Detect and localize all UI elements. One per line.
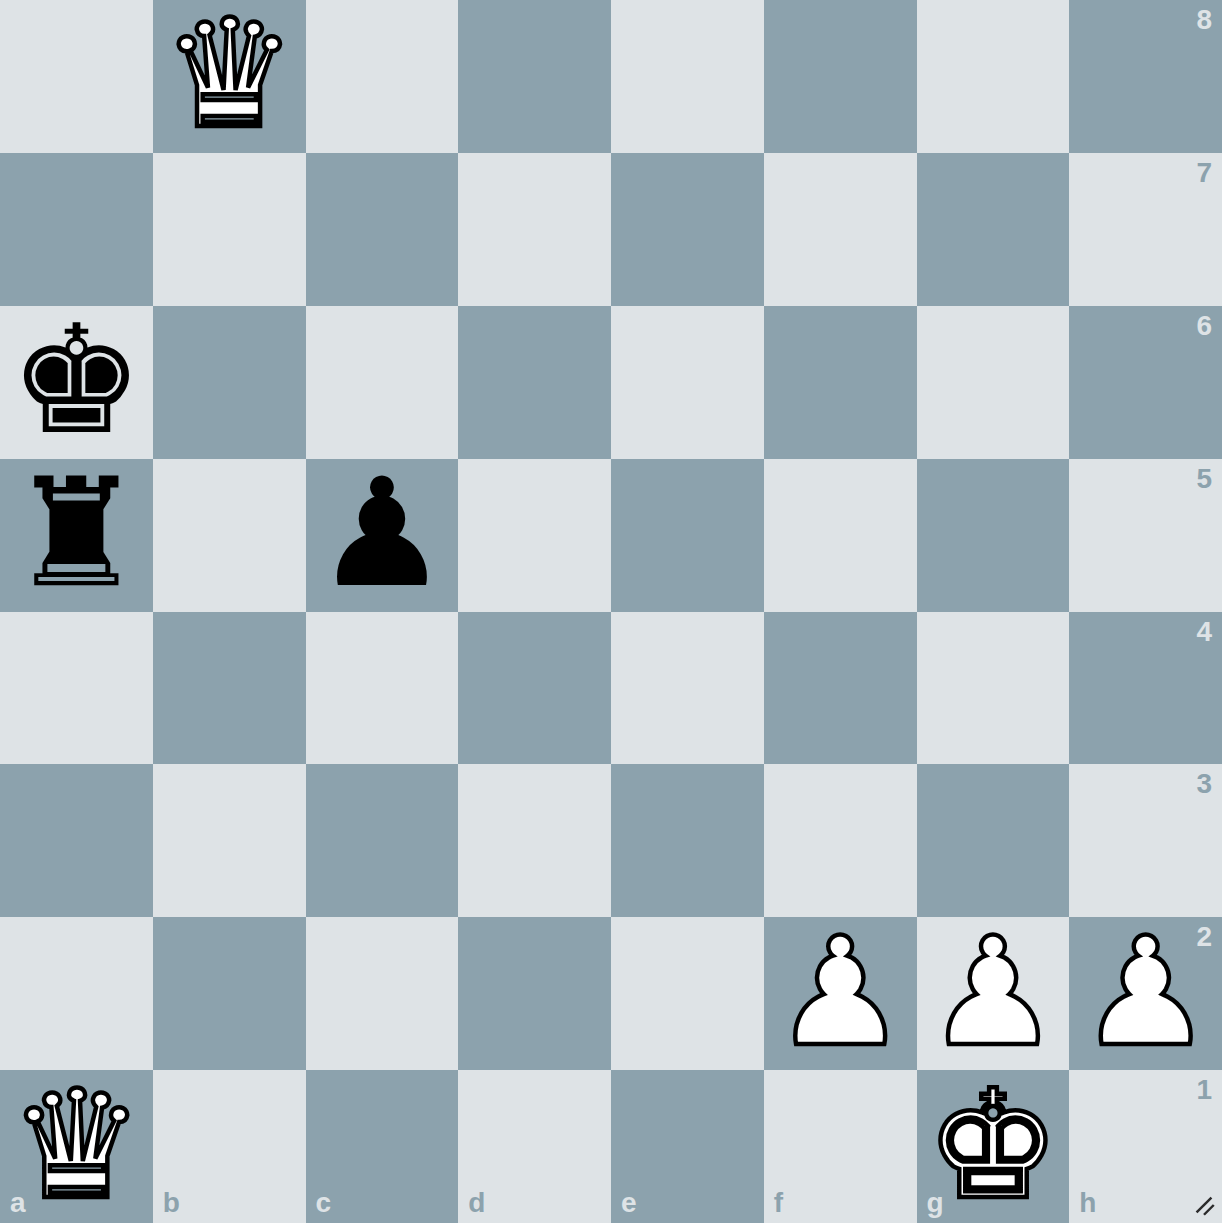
square-d1[interactable]: d [458, 1070, 611, 1223]
square-e7[interactable] [611, 153, 764, 306]
piece-white-pawn[interactable]: ♟ [1078, 917, 1212, 1067]
piece-white-pawn[interactable]: ♟ [926, 917, 1060, 1067]
rank-label-1: 1 [1196, 1076, 1212, 1104]
rank-label-4: 4 [1196, 618, 1212, 646]
piece-white-queen[interactable]: ♛ [162, 0, 296, 149]
square-g4[interactable] [917, 612, 1070, 765]
file-label-d: d [468, 1189, 485, 1217]
square-h2[interactable]: ♟2 [1069, 917, 1222, 1070]
square-c2[interactable] [306, 917, 459, 1070]
rank-label-5: 5 [1196, 465, 1212, 493]
resize-handle-icon[interactable] [1191, 1192, 1217, 1218]
square-f2[interactable]: ♟ [764, 917, 917, 1070]
square-a3[interactable] [0, 764, 153, 917]
square-b7[interactable] [153, 153, 306, 306]
square-a6[interactable]: ♚ [0, 306, 153, 459]
square-g2[interactable]: ♟ [917, 917, 1070, 1070]
square-f1[interactable]: f [764, 1070, 917, 1223]
square-c8[interactable] [306, 0, 459, 153]
piece-white-pawn[interactable]: ♟ [773, 917, 907, 1067]
square-b4[interactable] [153, 612, 306, 765]
piece-black-king[interactable]: ♚ [9, 305, 143, 455]
square-a4[interactable] [0, 612, 153, 765]
square-e4[interactable] [611, 612, 764, 765]
square-f4[interactable] [764, 612, 917, 765]
square-c5[interactable]: ♟ [306, 459, 459, 612]
square-d4[interactable] [458, 612, 611, 765]
square-f5[interactable] [764, 459, 917, 612]
rank-label-8: 8 [1196, 6, 1212, 34]
square-h4[interactable]: 4 [1069, 612, 1222, 765]
square-a7[interactable] [0, 153, 153, 306]
rank-label-6: 6 [1196, 312, 1212, 340]
file-label-e: e [621, 1189, 637, 1217]
square-b5[interactable] [153, 459, 306, 612]
file-label-h: h [1079, 1189, 1096, 1217]
square-g8[interactable] [917, 0, 1070, 153]
square-a2[interactable] [0, 917, 153, 1070]
file-label-f: f [774, 1189, 783, 1217]
square-c3[interactable] [306, 764, 459, 917]
square-d6[interactable] [458, 306, 611, 459]
square-a1[interactable]: ♛a [0, 1070, 153, 1223]
square-h5[interactable]: 5 [1069, 459, 1222, 612]
square-f3[interactable] [764, 764, 917, 917]
piece-white-queen[interactable]: ♛ [9, 1070, 143, 1220]
square-b8[interactable]: ♛ [153, 0, 306, 153]
square-g6[interactable] [917, 306, 1070, 459]
square-a8[interactable] [0, 0, 153, 153]
rank-label-2: 2 [1196, 923, 1212, 951]
square-d7[interactable] [458, 153, 611, 306]
file-label-a: a [10, 1189, 26, 1217]
square-b3[interactable] [153, 764, 306, 917]
square-e8[interactable] [611, 0, 764, 153]
square-b2[interactable] [153, 917, 306, 1070]
file-label-b: b [163, 1189, 180, 1217]
square-g3[interactable] [917, 764, 1070, 917]
square-e1[interactable]: e [611, 1070, 764, 1223]
square-g7[interactable] [917, 153, 1070, 306]
square-h1[interactable]: 1h [1069, 1070, 1222, 1223]
square-c1[interactable]: c [306, 1070, 459, 1223]
square-e2[interactable] [611, 917, 764, 1070]
rank-label-3: 3 [1196, 770, 1212, 798]
rank-label-7: 7 [1196, 159, 1212, 187]
square-h7[interactable]: 7 [1069, 153, 1222, 306]
square-f6[interactable] [764, 306, 917, 459]
piece-black-rook[interactable]: ♜ [9, 458, 143, 608]
square-e6[interactable] [611, 306, 764, 459]
file-label-c: c [316, 1189, 332, 1217]
square-c6[interactable] [306, 306, 459, 459]
square-d5[interactable] [458, 459, 611, 612]
square-f7[interactable] [764, 153, 917, 306]
square-h8[interactable]: 8 [1069, 0, 1222, 153]
square-d2[interactable] [458, 917, 611, 1070]
piece-black-pawn[interactable]: ♟ [315, 458, 449, 608]
square-b6[interactable] [153, 306, 306, 459]
file-label-g: g [927, 1189, 944, 1217]
square-h6[interactable]: 6 [1069, 306, 1222, 459]
chess-board: ♛87♚6♜♟543♟♟♟2♛abcdef♚g1h [0, 0, 1222, 1223]
square-d3[interactable] [458, 764, 611, 917]
square-c7[interactable] [306, 153, 459, 306]
square-g1[interactable]: ♚g [917, 1070, 1070, 1223]
square-b1[interactable]: b [153, 1070, 306, 1223]
square-a5[interactable]: ♜ [0, 459, 153, 612]
square-e3[interactable] [611, 764, 764, 917]
square-h3[interactable]: 3 [1069, 764, 1222, 917]
square-d8[interactable] [458, 0, 611, 153]
piece-white-king[interactable]: ♚ [926, 1070, 1060, 1220]
square-f8[interactable] [764, 0, 917, 153]
square-g5[interactable] [917, 459, 1070, 612]
square-e5[interactable] [611, 459, 764, 612]
square-c4[interactable] [306, 612, 459, 765]
